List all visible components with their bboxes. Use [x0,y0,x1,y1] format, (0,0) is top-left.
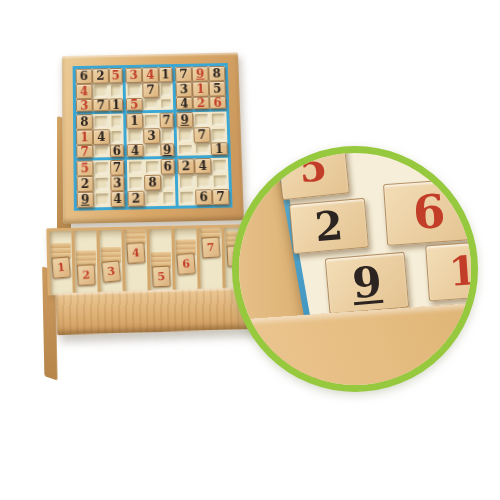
tile-digit: 3 [147,130,155,142]
board-cell-r8c4 [127,175,144,191]
drawer-stacked-tile [200,228,220,229]
board-tile: 6 [161,159,175,175]
tile-digit: 6 [80,71,88,83]
product-photo: 6253417984731537154268179143776491576242… [0,0,500,500]
board-tile: 1 [211,142,228,155]
board-cell-r6c7 [177,143,194,159]
magnifier-inset: 52961 [232,146,478,392]
board-cell-r3c1: 3 [76,99,93,115]
drawer-stacked-tile [151,262,171,267]
tile-digit: 6 [199,191,208,203]
drawer-stacked-tile [76,250,96,255]
drawer-slot-1: 1 [49,231,75,296]
sudoku-board: 6253417984731537154268179143776491576242… [73,63,233,211]
board-tile: 3 [143,128,160,144]
board-tile: 6 [195,189,212,205]
board-tile: 3 [175,82,192,98]
board-cell-r6c5 [143,144,160,160]
tile-digit: 4 [199,160,208,172]
board-cell-r3c7: 4 [176,97,193,113]
tile-digit: 6 [113,145,121,157]
drawer-slot-2: 2 [74,230,100,295]
board-cell-r2c5: 7 [142,82,159,98]
tile-digit: 3 [130,70,138,82]
board-tile: 4 [194,158,211,174]
tile-digit: 5 [213,83,222,95]
board-tile: 1 [126,113,143,129]
drawer-tile-7: 7 [201,236,220,258]
inset-tile-digit: 9 [351,261,384,305]
drawer-stacked-tile [176,244,196,249]
tile-digit: 3 [113,177,121,189]
inset-tile-digit: 5 [297,146,329,188]
board-cell-r8c7 [178,174,195,190]
drawer-stacked-tile [151,252,171,257]
board-cell-r1c6: 1 [159,67,176,82]
board-tile: 8 [76,114,93,130]
tile-digit: 7 [97,99,105,111]
board-tile: 7 [212,189,229,205]
board-cell-r5c7 [177,127,194,143]
board-tile: 7 [93,99,110,112]
board-cell-r7c6: 6 [161,159,178,175]
tile-digit: 2 [182,160,191,172]
board-cell-r8c2 [93,176,110,192]
board-tile: 2 [193,97,210,110]
tile-digit: 7 [216,191,225,203]
board-tile: 8 [208,66,225,81]
board-cell-r9c8: 6 [195,189,212,205]
board-cell-r1c2: 2 [92,68,109,83]
tile-digit: 9 [196,68,204,80]
board-cell-r9c6 [161,190,178,206]
drawer-slot-5: 5 [149,229,175,294]
tile-digit: 8 [148,177,157,189]
board-cell-r5c1: 1 [76,130,93,146]
board-tile: 7 [142,82,159,98]
board-tile: 7 [110,160,124,176]
board-tile: 4 [127,144,144,157]
board-cell-r8c3: 3 [110,175,127,191]
board-tile: 1 [76,130,93,146]
drawer-stacked-tile [51,243,71,248]
board-cell-r8c9 [212,173,229,189]
board-tile: 9 [160,143,174,156]
drawer-tile-3: 3 [101,260,121,283]
board-cell-r7c2 [93,160,110,176]
drawer-stacked-tile [51,248,71,253]
board-tile: 7 [193,127,210,143]
board-cell-r4c7: 9 [176,112,193,128]
board-tile: 3 [76,99,93,112]
board-cell-r6c2 [93,145,110,161]
board-cell-r7c9 [211,158,228,174]
board-cell-r1c4: 3 [125,68,142,83]
tile-digit: 4 [80,86,88,98]
board-cell-r7c8: 4 [194,158,211,174]
board-cell-r6c6: 9 [160,143,177,159]
tile-digit: 1 [130,115,138,127]
drawer-stacked-tile [125,233,145,238]
board-cell-r4c3 [109,114,126,130]
drawer-stacked-tile [51,253,71,258]
board-cell-r2c8: 1 [192,81,209,97]
tile-digit: 7 [198,129,207,141]
board-cell-r4c5 [143,113,160,129]
drawer-stacked-tile [101,257,121,262]
tile-digit: 7 [113,162,121,174]
board-cell-r9c3: 4 [111,191,128,207]
inset-tile-digit: 1 [448,250,478,292]
board-tile: 2 [92,68,109,83]
tile-digit: 7 [146,84,154,96]
board-cell-r2c7: 3 [175,82,192,98]
board-cell-r6c1: 7 [76,145,93,161]
drawer-tile-4: 4 [126,242,145,264]
tile-digit: 5 [130,98,138,110]
board-tile: 5 [109,68,123,83]
drawer-stacked-tile [76,260,96,265]
tile-digit: 8 [80,116,88,128]
tile-digit: 1 [215,143,224,155]
tile-digit: 4 [146,69,154,81]
board-cell-r8c5: 8 [144,175,161,191]
tile-digit: 4 [131,145,139,157]
board-cell-r3c9: 6 [209,96,226,112]
board-cell-r5c9 [210,127,227,143]
inset-tile-digit: 2 [313,205,344,247]
board-tile: 4 [93,129,110,145]
tile-digit: 6 [163,161,172,173]
board-tile: 5 [209,81,226,97]
drawer-slot-7: 7 [199,228,225,293]
board-tile: 1 [109,98,123,111]
board-cell-r4c1: 8 [76,114,93,130]
board-cell-r9c9: 7 [212,189,229,205]
tile-digit: 1 [161,69,169,81]
board-cell-r1c9: 8 [208,66,225,81]
tile-digit: 3 [80,99,88,111]
board-tile: 9 [77,192,94,208]
board-tile: 4 [142,67,159,82]
board-tile: 6 [209,96,226,109]
drawer-slot-4: 4 [124,229,150,294]
tile-digit: 2 [132,193,141,205]
board-cell-r1c3: 5 [109,68,126,83]
board-cell-r4c4: 1 [126,113,143,129]
tile-digit: 9 [181,114,190,126]
board-tile: 5 [126,98,143,111]
board-cell-r8c8 [195,174,212,190]
board-cell-r2c2 [92,83,109,99]
inset-tile-9: 9 [325,252,410,315]
drawer-tile-2: 2 [77,264,96,286]
board-cell-r2c3 [109,83,126,99]
tile-digit: 9 [81,194,89,206]
board-cell-r9c1: 9 [77,192,94,208]
board-cell-r5c4 [126,129,143,145]
tile-digit: 5 [112,70,120,82]
board-tile: 1 [192,81,209,97]
board-cell-r3c2: 7 [93,99,110,115]
tile-digit: 3 [180,84,188,96]
board-cell-r2c6 [159,82,176,98]
inset-tile-1: 1 [425,241,478,302]
board-tile: 8 [144,175,161,191]
board-tile: 9 [176,112,193,128]
tile-digit: 4 [113,193,122,205]
tile-digit: 6 [213,97,222,109]
drawer-stacked-tile [176,239,196,244]
drawer-stacked-tile [76,255,96,260]
board-group: 6253417984731537154268179143776491576242… [62,52,244,223]
board-cell-r7c3: 7 [110,160,127,176]
board-cell-r5c3 [110,129,127,145]
board-cell-r4c2 [93,114,110,130]
board-cell-r7c7: 2 [177,158,194,174]
tile-digit: 2 [81,178,89,190]
board-cell-r6c3: 6 [110,144,127,160]
board-cell-r7c4 [127,159,144,175]
drawer-stacked-tile [200,233,220,238]
tile-digit: 2 [197,97,206,109]
board-cell-r3c8: 2 [193,97,210,113]
drawer-stacked-tile [126,238,146,243]
tile-digit: 2 [96,70,104,82]
board-cell-r1c1: 6 [76,69,93,84]
board-cell-r1c8: 9 [192,66,209,81]
board-cell-r2c4 [126,83,143,99]
board-cell-r5c5: 3 [143,128,160,144]
tile-digit: 8 [213,68,222,80]
board-tile: 9 [192,66,209,81]
board-cell-r1c5: 4 [142,67,159,82]
board-tile: 7 [76,145,93,158]
board-cell-r9c5 [144,190,161,206]
inset-tile-5: 5 [276,146,350,200]
drawer-stacked-tile [125,229,145,234]
board-cell-r6c9: 1 [211,142,228,158]
board-cell-r4c6: 7 [160,112,177,128]
board-cell-r4c8 [193,112,210,128]
tile-digit: 4 [180,97,189,109]
board-cell-r7c1: 5 [76,160,93,176]
board-tile: 7 [175,67,192,82]
drawer-stacked-tile [176,249,196,254]
board-cell-r6c4: 4 [127,144,144,160]
tile-digit: 1 [196,83,205,95]
tile-digit: 5 [81,162,89,174]
tile-digit: 4 [97,131,105,143]
board-tile: 2 [177,158,194,174]
board-tile: 7 [160,113,174,129]
board-tile: 5 [76,160,93,176]
board-cell-r3c5 [143,98,160,114]
board-tile: 3 [125,68,142,83]
tile-digit: 7 [179,69,187,81]
board-cell-r2c1: 4 [76,84,93,100]
drawer-stacked-tile [101,247,121,252]
board-cell-r3c6 [159,97,176,113]
board-cell-r3c4: 5 [126,98,143,114]
board-cell-r9c2 [94,191,111,207]
board-cell-r5c2: 4 [93,129,110,145]
board-cell-r1c7: 7 [175,67,192,82]
drawer-tile-6: 6 [176,253,196,276]
board-cell-r9c4: 2 [127,191,144,207]
board-tile: 2 [77,176,94,192]
board-tile: 3 [110,175,124,191]
drawer-slot-3: 3 [99,230,125,295]
board-cell-r2c9: 5 [209,81,226,97]
board-cell-r7c5 [144,159,161,175]
drawer-stacked-tile [200,228,220,233]
board-tile: 4 [76,84,93,100]
inset-tile-6: 6 [383,178,475,246]
drawer-tile-1: 1 [51,256,71,279]
drawer-slot-6: 6 [174,228,200,293]
drawer-stacked-tile [151,257,171,262]
board-frame: 6253417984731537154268179143776491576242… [62,52,244,223]
board-cell-r4c9 [210,111,227,127]
board-tile: 4 [176,97,193,110]
board-tile: 4 [111,191,125,207]
board-tile: 1 [159,67,173,82]
board-tile: 6 [76,69,93,84]
board-cell-r3c3: 1 [109,98,126,114]
drawer-stacked-tile [101,252,121,257]
board-cell-r6c8 [194,143,211,159]
board-cell-r9c7 [178,190,195,206]
inset-tile-digit: 6 [411,188,446,236]
board-cell-r8c1: 2 [77,176,94,192]
board-cell-r5c8: 7 [193,127,210,143]
tile-digit: 1 [80,132,88,144]
board-tile: 2 [127,191,144,207]
tile-digit: 9 [163,144,172,156]
drawer-front-panel [55,287,258,335]
board-cell-r8c6 [161,174,178,190]
tile-digit: 7 [162,115,170,127]
tile-digit: 7 [81,146,89,158]
inset-tile-2: 2 [289,198,369,254]
board-cell-r5c6 [160,128,177,144]
tile-digit: 1 [112,99,120,111]
board-tile: 6 [110,144,124,157]
drawer-tile-5: 5 [152,266,171,288]
